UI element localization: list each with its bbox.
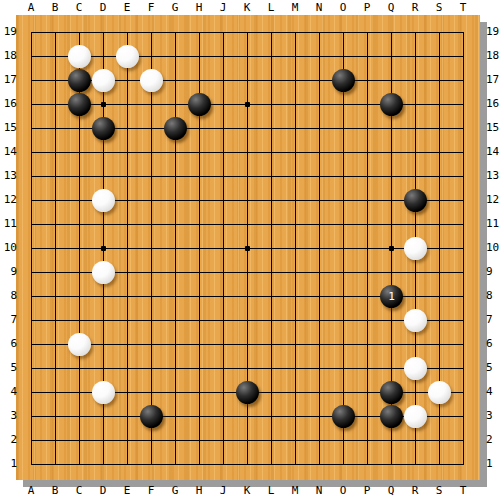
row-label-left-3: 3 [1,409,17,422]
column-label-top-F: F [139,1,163,14]
column-label-top-A: A [19,1,43,14]
column-label-top-O: O [331,1,355,14]
row-label-right-8: 8 [486,289,500,302]
row-label-left-7: 7 [1,313,17,326]
row-label-left-17: 17 [1,73,17,86]
column-label-bottom-J: J [211,484,235,497]
row-label-right-18: 18 [486,49,500,62]
column-label-bottom-A: A [19,484,43,497]
column-label-bottom-C: C [67,484,91,497]
row-label-left-2: 2 [1,433,17,446]
row-label-left-9: 9 [1,265,17,278]
column-label-bottom-R: R [403,484,427,497]
column-label-bottom-P: P [355,484,379,497]
column-label-bottom-E: E [115,484,139,497]
column-label-top-T: T [451,1,475,14]
row-label-right-5: 5 [486,361,500,374]
row-label-right-11: 11 [486,217,500,230]
column-label-bottom-L: L [259,484,283,497]
column-label-bottom-K: K [235,484,259,497]
row-label-right-17: 17 [486,73,500,86]
row-label-right-13: 13 [486,169,500,182]
go-board[interactable] [16,15,480,480]
row-label-right-19: 19 [486,25,500,38]
column-label-bottom-H: H [187,484,211,497]
column-label-bottom-D: D [91,484,115,497]
board-grid-lines [31,32,464,465]
row-label-left-13: 13 [1,169,17,182]
row-label-right-16: 16 [486,97,500,110]
row-label-right-1: 1 [486,457,500,470]
column-label-bottom-Q: Q [379,484,403,497]
column-label-bottom-N: N [307,484,331,497]
column-label-top-R: R [403,1,427,14]
column-label-bottom-B: B [43,484,67,497]
row-label-right-3: 3 [486,409,500,422]
column-label-top-K: K [235,1,259,14]
column-label-top-M: M [283,1,307,14]
column-label-bottom-M: M [283,484,307,497]
column-label-top-C: C [67,1,91,14]
row-label-left-12: 12 [1,193,17,206]
column-label-top-S: S [427,1,451,14]
column-label-top-P: P [355,1,379,14]
column-label-top-Q: Q [379,1,403,14]
column-label-top-H: H [187,1,211,14]
row-label-left-14: 14 [1,145,17,158]
row-label-right-15: 15 [486,121,500,134]
row-label-left-18: 18 [1,49,17,62]
row-label-right-14: 14 [486,145,500,158]
row-label-right-10: 10 [486,241,500,254]
column-label-top-B: B [43,1,67,14]
column-label-top-L: L [259,1,283,14]
row-label-left-6: 6 [1,337,17,350]
row-label-left-16: 16 [1,97,17,110]
row-label-right-7: 7 [486,313,500,326]
row-label-left-15: 15 [1,121,17,134]
row-label-left-1: 1 [1,457,17,470]
column-label-bottom-S: S [427,484,451,497]
column-label-bottom-F: F [139,484,163,497]
row-label-left-19: 19 [1,25,17,38]
row-label-right-9: 9 [486,265,500,278]
column-label-bottom-O: O [331,484,355,497]
row-label-left-11: 11 [1,217,17,230]
column-label-bottom-G: G [163,484,187,497]
column-label-top-D: D [91,1,115,14]
column-label-bottom-T: T [451,484,475,497]
column-label-top-G: G [163,1,187,14]
row-label-left-10: 10 [1,241,17,254]
row-label-right-6: 6 [486,337,500,350]
row-label-left-4: 4 [1,385,17,398]
row-label-right-4: 4 [486,385,500,398]
row-label-left-5: 5 [1,361,17,374]
row-label-right-2: 2 [486,433,500,446]
column-label-top-E: E [115,1,139,14]
row-label-left-8: 8 [1,289,17,302]
go-board-app: ABCDEFGHJKLMNOPQRST ABCDEFGHJKLMNOPQRST … [0,0,500,500]
row-label-right-12: 12 [486,193,500,206]
column-label-top-J: J [211,1,235,14]
column-label-top-N: N [307,1,331,14]
